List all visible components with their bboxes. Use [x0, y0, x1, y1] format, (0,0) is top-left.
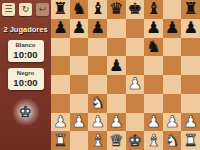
square-f5[interactable]: [144, 56, 163, 75]
square-g7[interactable]: ♟: [163, 19, 182, 38]
square-h4[interactable]: [181, 75, 200, 94]
square-h7[interactable]: ♟: [181, 19, 200, 38]
square-b3[interactable]: [70, 94, 89, 113]
hamburger-menu-icon: ☰: [4, 4, 12, 14]
black-bishop[interactable]: ♝: [90, 1, 104, 17]
sidebar: ☰ ↻ ↩ 2 Jugadores Blanco 10:00 Negro 10:…: [0, 0, 51, 150]
white-pawn[interactable]: ♟: [90, 113, 104, 129]
square-f2[interactable]: ♟: [144, 113, 163, 132]
square-d4[interactable]: [107, 75, 126, 94]
square-b8[interactable]: ♞: [70, 0, 89, 19]
white-pawn[interactable]: ♟: [165, 113, 179, 129]
black-pawn[interactable]: ♟: [53, 20, 67, 36]
white-king-icon: ♚: [19, 103, 32, 121]
square-d2[interactable]: ♟: [107, 113, 126, 132]
black-pawn[interactable]: ♟: [90, 20, 104, 36]
square-a4[interactable]: [51, 75, 70, 94]
restart-icon: ↻: [22, 4, 30, 14]
black-pawn[interactable]: ♟: [146, 20, 160, 36]
black-clock-card: Negro 10:00: [8, 68, 44, 90]
black-pawn[interactable]: ♟: [184, 20, 198, 36]
square-a8[interactable]: ♜: [51, 0, 70, 19]
square-f8[interactable]: ♝: [144, 0, 163, 19]
square-g3[interactable]: [163, 94, 182, 113]
square-g5[interactable]: [163, 56, 182, 75]
square-h6[interactable]: [181, 38, 200, 57]
square-c1[interactable]: ♝: [88, 131, 107, 150]
square-h1[interactable]: ♜: [181, 131, 200, 150]
square-c4[interactable]: [88, 75, 107, 94]
square-c2[interactable]: ♟: [88, 113, 107, 132]
white-pawn[interactable]: ♟: [53, 113, 67, 129]
black-knight[interactable]: ♞: [146, 38, 160, 54]
square-h5[interactable]: [181, 56, 200, 75]
square-c7[interactable]: ♟: [88, 19, 107, 38]
square-g2[interactable]: ♟: [163, 113, 182, 132]
square-d7[interactable]: [107, 19, 126, 38]
square-b7[interactable]: ♟: [70, 19, 89, 38]
square-d6[interactable]: [107, 38, 126, 57]
square-h2[interactable]: ♟: [181, 113, 200, 132]
white-pawn[interactable]: ♟: [109, 113, 123, 129]
white-rook[interactable]: ♜: [53, 132, 67, 148]
toolbar: ☰ ↻ ↩: [0, 3, 51, 16]
square-d8[interactable]: ♛: [107, 0, 126, 19]
mode-label: 2 Jugadores: [3, 25, 47, 34]
square-e6[interactable]: [126, 38, 145, 57]
white-knight[interactable]: ♞: [165, 132, 179, 148]
white-clock-card: Blanco 10:00: [8, 40, 44, 62]
black-clock-label: Negro: [8, 70, 44, 77]
black-rook[interactable]: ♜: [53, 1, 67, 17]
black-pawn[interactable]: ♟: [165, 20, 179, 36]
square-g1[interactable]: ♞: [163, 131, 182, 150]
square-g6[interactable]: [163, 38, 182, 57]
square-a5[interactable]: [51, 56, 70, 75]
square-e2[interactable]: [126, 113, 145, 132]
undo-arrow-icon: ↩: [39, 4, 47, 14]
white-pawn[interactable]: ♟: [72, 113, 86, 129]
square-b2[interactable]: ♟: [70, 113, 89, 132]
white-knight[interactable]: ♞: [90, 95, 104, 111]
turn-indicator: ♚: [12, 98, 40, 126]
square-g8[interactable]: [163, 0, 182, 19]
square-f4[interactable]: [144, 75, 163, 94]
square-c3[interactable]: ♞: [88, 94, 107, 113]
square-h3[interactable]: [181, 94, 200, 113]
black-queen[interactable]: ♛: [109, 1, 123, 17]
square-a3[interactable]: [51, 94, 70, 113]
square-h8[interactable]: ♜: [181, 0, 200, 19]
square-a7[interactable]: ♟: [51, 19, 70, 38]
chess-app-window: ☰ ↻ ↩ 2 Jugadores Blanco 10:00 Negro 10:…: [0, 0, 200, 150]
white-clock-label: Blanco: [8, 42, 44, 49]
black-king[interactable]: ♚: [128, 1, 142, 17]
menu-button[interactable]: ☰: [2, 3, 15, 16]
square-c6[interactable]: [88, 38, 107, 57]
white-pawn[interactable]: ♟: [146, 113, 160, 129]
square-f6[interactable]: ♞: [144, 38, 163, 57]
square-g4[interactable]: [163, 75, 182, 94]
square-b5[interactable]: [70, 56, 89, 75]
black-bishop[interactable]: ♝: [146, 1, 160, 17]
square-e8[interactable]: ♚: [126, 0, 145, 19]
black-knight[interactable]: ♞: [72, 1, 86, 17]
black-pawn[interactable]: ♟: [109, 57, 123, 73]
square-f7[interactable]: ♟: [144, 19, 163, 38]
square-c8[interactable]: ♝: [88, 0, 107, 19]
square-b4[interactable]: [70, 75, 89, 94]
square-e5[interactable]: [126, 56, 145, 75]
square-e1[interactable]: ♚: [126, 131, 145, 150]
white-king[interactable]: ♚: [128, 132, 142, 148]
white-bishop[interactable]: ♝: [146, 132, 160, 148]
square-f1[interactable]: ♝: [144, 131, 163, 150]
square-b6[interactable]: [70, 38, 89, 57]
square-a6[interactable]: [51, 38, 70, 57]
chess-board: ♜♞♝♛♚♝♜♟♟♟♟♟♟♞♟♟♞♟♟♟♟♟♟♟♜♝♛♚♝♞♜: [51, 0, 200, 150]
square-e3[interactable]: [126, 94, 145, 113]
square-f3[interactable]: [144, 94, 163, 113]
white-clock-time: 10:00: [8, 49, 44, 60]
square-e4[interactable]: ♟: [126, 75, 145, 94]
black-rook[interactable]: ♜: [184, 1, 198, 17]
square-c5[interactable]: [88, 56, 107, 75]
square-a2[interactable]: ♟: [51, 113, 70, 132]
white-rook[interactable]: ♜: [184, 132, 198, 148]
white-queen[interactable]: ♛: [109, 132, 123, 148]
square-d5[interactable]: ♟: [107, 56, 126, 75]
white-pawn[interactable]: ♟: [184, 113, 198, 129]
restart-button[interactable]: ↻: [19, 3, 32, 16]
white-bishop[interactable]: ♝: [90, 132, 104, 148]
square-a1[interactable]: ♜: [51, 131, 70, 150]
square-b1[interactable]: [70, 131, 89, 150]
white-pawn[interactable]: ♟: [128, 76, 142, 92]
undo-button[interactable]: ↩: [36, 3, 49, 16]
black-clock-time: 10:00: [8, 77, 44, 88]
square-d1[interactable]: ♛: [107, 131, 126, 150]
square-e7[interactable]: [126, 19, 145, 38]
black-pawn[interactable]: ♟: [72, 20, 86, 36]
square-d3[interactable]: [107, 94, 126, 113]
